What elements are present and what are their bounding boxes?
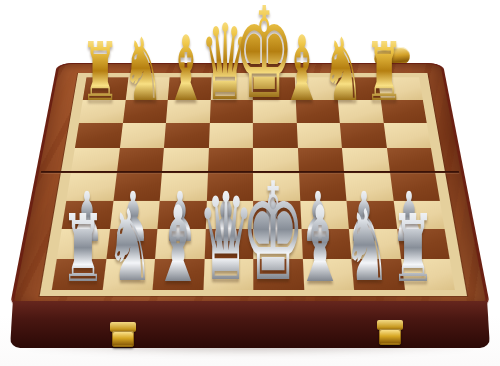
clasp-buckle [379, 329, 401, 345]
piece-gold-bishop-f8: ♝ [280, 24, 323, 114]
piece-silver-rook-h1: ♜ [391, 203, 435, 296]
square-g6 [340, 123, 387, 148]
square-h5 [386, 148, 435, 174]
piece-silver-rook-a1: ♜ [61, 203, 105, 296]
piece-silver-knight-g1: ♞ [343, 198, 390, 297]
square-a6 [75, 123, 122, 148]
front-clasp-left [108, 322, 138, 348]
piece-silver-knight-b1: ♞ [106, 198, 153, 297]
piece-gold-rook-a8: ♜ [81, 32, 120, 113]
square-b5 [116, 148, 164, 174]
square-g5 [342, 148, 390, 174]
clasp-buckle [112, 331, 134, 347]
piece-gold-knight-g8: ♞ [322, 27, 364, 114]
piece-gold-rook-h8: ♜ [365, 32, 404, 113]
piece-gold-knight-b8: ♞ [122, 27, 164, 114]
square-f6 [296, 123, 342, 148]
piece-silver-bishop-c1: ♝ [153, 192, 203, 297]
square-h6 [383, 123, 431, 148]
square-c6 [164, 123, 209, 148]
front-clasp-right [375, 320, 405, 346]
piece-silver-bishop-f1: ♝ [295, 192, 345, 297]
chess-set-photo: ♜♞♝♛♚♝♞♜♟♟♟♟♟♟♟♟♜♞♝♛♚♝♞♜ [0, 0, 500, 366]
square-a5 [71, 148, 120, 174]
square-b6 [119, 123, 165, 148]
